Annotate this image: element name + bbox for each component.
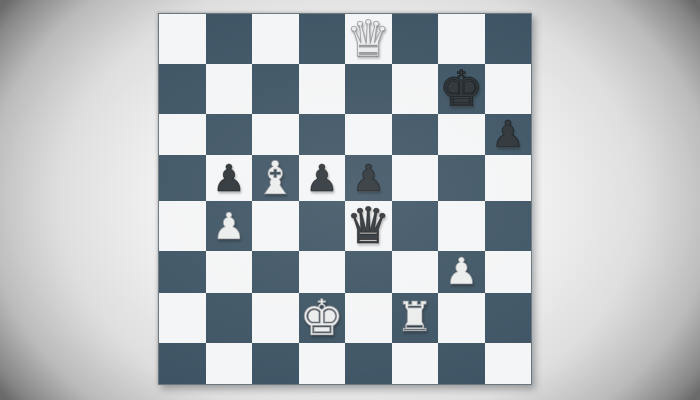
square-c8[interactable]	[252, 14, 299, 64]
square-c6[interactable]	[252, 114, 299, 155]
piece-black-pawn[interactable]: ♟	[352, 160, 385, 197]
piece-black-king[interactable]: ♚	[439, 64, 484, 114]
square-f8[interactable]	[392, 14, 439, 64]
square-a6[interactable]	[159, 114, 206, 155]
square-c7[interactable]	[252, 64, 299, 114]
square-f4[interactable]	[392, 201, 439, 251]
square-g3[interactable]: ♟	[438, 251, 485, 292]
square-a8[interactable]	[159, 14, 206, 64]
square-e8[interactable]: ♛	[345, 14, 392, 64]
square-b8[interactable]	[206, 14, 253, 64]
square-a1[interactable]	[159, 343, 206, 384]
square-c5[interactable]: ♝	[252, 155, 299, 201]
piece-black-pawn[interactable]: ♟	[491, 116, 524, 153]
square-g1[interactable]	[438, 343, 485, 384]
square-a2[interactable]	[159, 293, 206, 343]
square-a3[interactable]	[159, 251, 206, 292]
square-e5[interactable]: ♟	[345, 155, 392, 201]
square-g8[interactable]	[438, 14, 485, 64]
square-c1[interactable]	[252, 343, 299, 384]
square-b5[interactable]: ♟	[206, 155, 253, 201]
square-g4[interactable]	[438, 201, 485, 251]
square-b7[interactable]	[206, 64, 253, 114]
square-e6[interactable]	[345, 114, 392, 155]
square-c4[interactable]	[252, 201, 299, 251]
square-d7[interactable]	[299, 64, 346, 114]
square-g2[interactable]	[438, 293, 485, 343]
square-c3[interactable]	[252, 251, 299, 292]
square-h1[interactable]	[485, 343, 532, 384]
piece-white-pawn[interactable]: ♟	[212, 208, 245, 245]
square-g5[interactable]	[438, 155, 485, 201]
square-d8[interactable]	[299, 14, 346, 64]
piece-white-rook[interactable]: ♜	[396, 297, 433, 338]
square-d2[interactable]: ♚	[299, 293, 346, 343]
piece-black-queen[interactable]: ♛	[346, 201, 391, 251]
square-h5[interactable]	[485, 155, 532, 201]
square-e4[interactable]: ♛	[345, 201, 392, 251]
piece-white-bishop[interactable]: ♝	[255, 155, 296, 201]
square-d3[interactable]	[299, 251, 346, 292]
square-d1[interactable]	[299, 343, 346, 384]
piece-white-king[interactable]: ♚	[299, 293, 344, 343]
square-h4[interactable]	[485, 201, 532, 251]
square-f1[interactable]	[392, 343, 439, 384]
square-b4[interactable]: ♟	[206, 201, 253, 251]
square-g7[interactable]: ♚	[438, 64, 485, 114]
square-f5[interactable]	[392, 155, 439, 201]
square-d5[interactable]: ♟	[299, 155, 346, 201]
square-h7[interactable]	[485, 64, 532, 114]
square-b2[interactable]	[206, 293, 253, 343]
square-h6[interactable]: ♟	[485, 114, 532, 155]
square-b1[interactable]	[206, 343, 253, 384]
square-a4[interactable]	[159, 201, 206, 251]
square-f2[interactable]: ♜	[392, 293, 439, 343]
square-e7[interactable]	[345, 64, 392, 114]
square-a5[interactable]	[159, 155, 206, 201]
piece-black-pawn[interactable]: ♟	[305, 160, 338, 197]
square-f7[interactable]	[392, 64, 439, 114]
chess-board: ♛♚♟♟♝♟♟♟♛♟♚♜	[158, 13, 532, 385]
piece-black-pawn[interactable]: ♟	[212, 160, 245, 197]
piece-white-pawn[interactable]: ♟	[445, 253, 478, 290]
square-e2[interactable]	[345, 293, 392, 343]
square-a7[interactable]	[159, 64, 206, 114]
square-f6[interactable]	[392, 114, 439, 155]
square-c2[interactable]	[252, 293, 299, 343]
square-e3[interactable]	[345, 251, 392, 292]
square-h3[interactable]	[485, 251, 532, 292]
square-b6[interactable]	[206, 114, 253, 155]
square-b3[interactable]	[206, 251, 253, 292]
square-d4[interactable]	[299, 201, 346, 251]
square-e1[interactable]	[345, 343, 392, 384]
square-h8[interactable]	[485, 14, 532, 64]
square-g6[interactable]	[438, 114, 485, 155]
square-h2[interactable]	[485, 293, 532, 343]
piece-white-queen[interactable]: ♛	[346, 14, 391, 64]
square-d6[interactable]	[299, 114, 346, 155]
square-f3[interactable]	[392, 251, 439, 292]
